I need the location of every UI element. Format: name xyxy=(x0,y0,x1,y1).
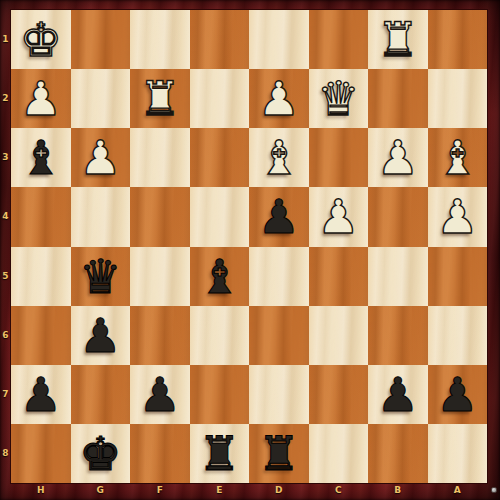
square-h6[interactable] xyxy=(11,306,71,365)
square-b7[interactable]: ♟ xyxy=(368,365,428,424)
square-g2[interactable] xyxy=(71,69,131,128)
file-label-b: B xyxy=(368,484,428,499)
file-label-d: D xyxy=(249,484,309,499)
file-label-c: C xyxy=(309,484,369,499)
board-frame: ♚♜♟♜♟♛♝♟♝♟♝♟♟♟♛♝♟♟♟♟♟♚♜♜ 12345678HGFEDCB… xyxy=(0,0,500,500)
piece-white-king[interactable]: ♚ xyxy=(11,10,71,69)
piece-black-pawn[interactable]: ♟ xyxy=(71,306,131,365)
square-c7[interactable] xyxy=(309,365,369,424)
square-b5[interactable] xyxy=(368,247,428,306)
rank-label-6: 6 xyxy=(0,306,11,365)
square-c6[interactable] xyxy=(309,306,369,365)
file-label-f: F xyxy=(130,484,190,499)
piece-white-pawn[interactable]: ♟ xyxy=(249,69,309,128)
piece-black-bishop[interactable]: ♝ xyxy=(190,247,250,306)
file-label-e: E xyxy=(190,484,250,499)
piece-black-queen[interactable]: ♛ xyxy=(71,247,131,306)
rank-label-5: 5 xyxy=(0,247,11,306)
square-d6[interactable] xyxy=(249,306,309,365)
square-e6[interactable] xyxy=(190,306,250,365)
square-c1[interactable] xyxy=(309,10,369,69)
piece-white-pawn[interactable]: ♟ xyxy=(11,69,71,128)
square-a8[interactable] xyxy=(428,424,488,483)
square-b1[interactable]: ♜ xyxy=(368,10,428,69)
file-label-h: H xyxy=(11,484,71,499)
piece-black-pawn[interactable]: ♟ xyxy=(368,365,428,424)
square-b2[interactable] xyxy=(368,69,428,128)
square-h3[interactable]: ♝ xyxy=(11,128,71,187)
chess-board: ♚♜♟♜♟♛♝♟♝♟♝♟♟♟♛♝♟♟♟♟♟♚♜♜ xyxy=(11,10,487,483)
piece-black-pawn[interactable]: ♟ xyxy=(11,365,71,424)
square-h2[interactable]: ♟ xyxy=(11,69,71,128)
square-g4[interactable] xyxy=(71,187,131,246)
square-h4[interactable] xyxy=(11,187,71,246)
piece-black-pawn[interactable]: ♟ xyxy=(428,365,488,424)
square-h5[interactable] xyxy=(11,247,71,306)
square-g1[interactable] xyxy=(71,10,131,69)
square-d5[interactable] xyxy=(249,247,309,306)
square-e8[interactable]: ♜ xyxy=(190,424,250,483)
square-f7[interactable]: ♟ xyxy=(130,365,190,424)
square-d4[interactable]: ♟ xyxy=(249,187,309,246)
square-g6[interactable]: ♟ xyxy=(71,306,131,365)
piece-white-rook[interactable]: ♜ xyxy=(368,10,428,69)
square-e4[interactable] xyxy=(190,187,250,246)
square-b3[interactable]: ♟ xyxy=(368,128,428,187)
square-f3[interactable] xyxy=(130,128,190,187)
square-c2[interactable]: ♛ xyxy=(309,69,369,128)
square-d2[interactable]: ♟ xyxy=(249,69,309,128)
square-e3[interactable] xyxy=(190,128,250,187)
square-a5[interactable] xyxy=(428,247,488,306)
square-c8[interactable] xyxy=(309,424,369,483)
piece-black-rook[interactable]: ♜ xyxy=(249,424,309,483)
square-f2[interactable]: ♜ xyxy=(130,69,190,128)
square-h7[interactable]: ♟ xyxy=(11,365,71,424)
file-label-g: G xyxy=(71,484,131,499)
square-d7[interactable] xyxy=(249,365,309,424)
rank-label-1: 1 xyxy=(0,10,11,69)
square-a4[interactable]: ♟ xyxy=(428,187,488,246)
piece-white-pawn[interactable]: ♟ xyxy=(71,128,131,187)
square-b6[interactable] xyxy=(368,306,428,365)
square-g8[interactable]: ♚ xyxy=(71,424,131,483)
piece-white-pawn[interactable]: ♟ xyxy=(368,128,428,187)
piece-black-bishop[interactable]: ♝ xyxy=(11,128,71,187)
square-b8[interactable] xyxy=(368,424,428,483)
square-d8[interactable]: ♜ xyxy=(249,424,309,483)
square-e7[interactable] xyxy=(190,365,250,424)
square-c3[interactable] xyxy=(309,128,369,187)
rank-label-8: 8 xyxy=(0,424,11,483)
square-d3[interactable]: ♝ xyxy=(249,128,309,187)
square-f6[interactable] xyxy=(130,306,190,365)
move-indicator-dot xyxy=(491,487,497,493)
square-h1[interactable]: ♚ xyxy=(11,10,71,69)
square-d1[interactable] xyxy=(249,10,309,69)
square-h8[interactable] xyxy=(11,424,71,483)
square-f8[interactable] xyxy=(130,424,190,483)
piece-white-pawn[interactable]: ♟ xyxy=(309,187,369,246)
piece-white-rook[interactable]: ♜ xyxy=(130,69,190,128)
rank-label-2: 2 xyxy=(0,69,11,128)
piece-black-pawn[interactable]: ♟ xyxy=(130,365,190,424)
rank-label-7: 7 xyxy=(0,365,11,424)
square-a7[interactable]: ♟ xyxy=(428,365,488,424)
file-label-a: A xyxy=(428,484,488,499)
square-e1[interactable] xyxy=(190,10,250,69)
piece-black-rook[interactable]: ♜ xyxy=(190,424,250,483)
square-f1[interactable] xyxy=(130,10,190,69)
square-c4[interactable]: ♟ xyxy=(309,187,369,246)
square-f5[interactable] xyxy=(130,247,190,306)
piece-black-king[interactable]: ♚ xyxy=(71,424,131,483)
square-a2[interactable] xyxy=(428,69,488,128)
rank-label-3: 3 xyxy=(0,128,11,187)
square-g7[interactable] xyxy=(71,365,131,424)
square-g5[interactable]: ♛ xyxy=(71,247,131,306)
square-c5[interactable] xyxy=(309,247,369,306)
square-a1[interactable] xyxy=(428,10,488,69)
piece-white-bishop[interactable]: ♝ xyxy=(249,128,309,187)
square-b4[interactable] xyxy=(368,187,428,246)
square-e5[interactable]: ♝ xyxy=(190,247,250,306)
square-f4[interactable] xyxy=(130,187,190,246)
square-e2[interactable] xyxy=(190,69,250,128)
piece-white-queen[interactable]: ♛ xyxy=(309,69,369,128)
square-a3[interactable]: ♝ xyxy=(428,128,488,187)
piece-white-pawn[interactable]: ♟ xyxy=(428,187,488,246)
piece-white-bishop[interactable]: ♝ xyxy=(428,128,488,187)
square-g3[interactable]: ♟ xyxy=(71,128,131,187)
piece-black-pawn[interactable]: ♟ xyxy=(249,187,309,246)
square-a6[interactable] xyxy=(428,306,488,365)
rank-label-4: 4 xyxy=(0,187,11,246)
